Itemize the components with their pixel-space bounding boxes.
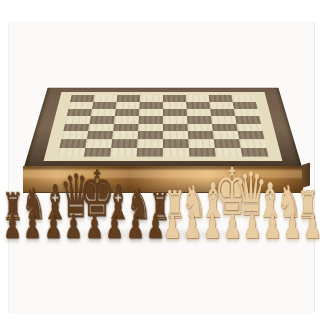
light-pawn: ♟ (282, 210, 302, 243)
dark-pawn: ♟ (2, 210, 22, 243)
dark-pawn: ♟ (43, 210, 63, 243)
light-pawn: ♟ (262, 210, 282, 243)
chess-set-scene: ♜♞♝♛♚♝♞♜♜♞♝♚♛♝♞♜♟♟♟♟♟♟♟♟♟♟♟♟♟♟♟♟ (0, 0, 320, 320)
light-pawn: ♟ (222, 210, 242, 243)
light-pawn: ♟ (302, 210, 320, 243)
dark-pawn: ♟ (125, 210, 145, 243)
light-pawn: ♟ (242, 210, 262, 243)
light-pawn: ♟ (162, 210, 182, 243)
dark-pawn: ♟ (84, 210, 104, 243)
dark-pawn: ♟ (104, 210, 124, 243)
dark-pawn: ♟ (22, 210, 42, 243)
dark-pawn: ♟ (63, 210, 83, 243)
light-pawn: ♟ (202, 210, 222, 243)
light-pawn: ♟ (182, 210, 202, 243)
pieces-tray: ♜♞♝♛♚♝♞♜♜♞♝♚♛♝♞♜♟♟♟♟♟♟♟♟♟♟♟♟♟♟♟♟ (0, 0, 320, 320)
